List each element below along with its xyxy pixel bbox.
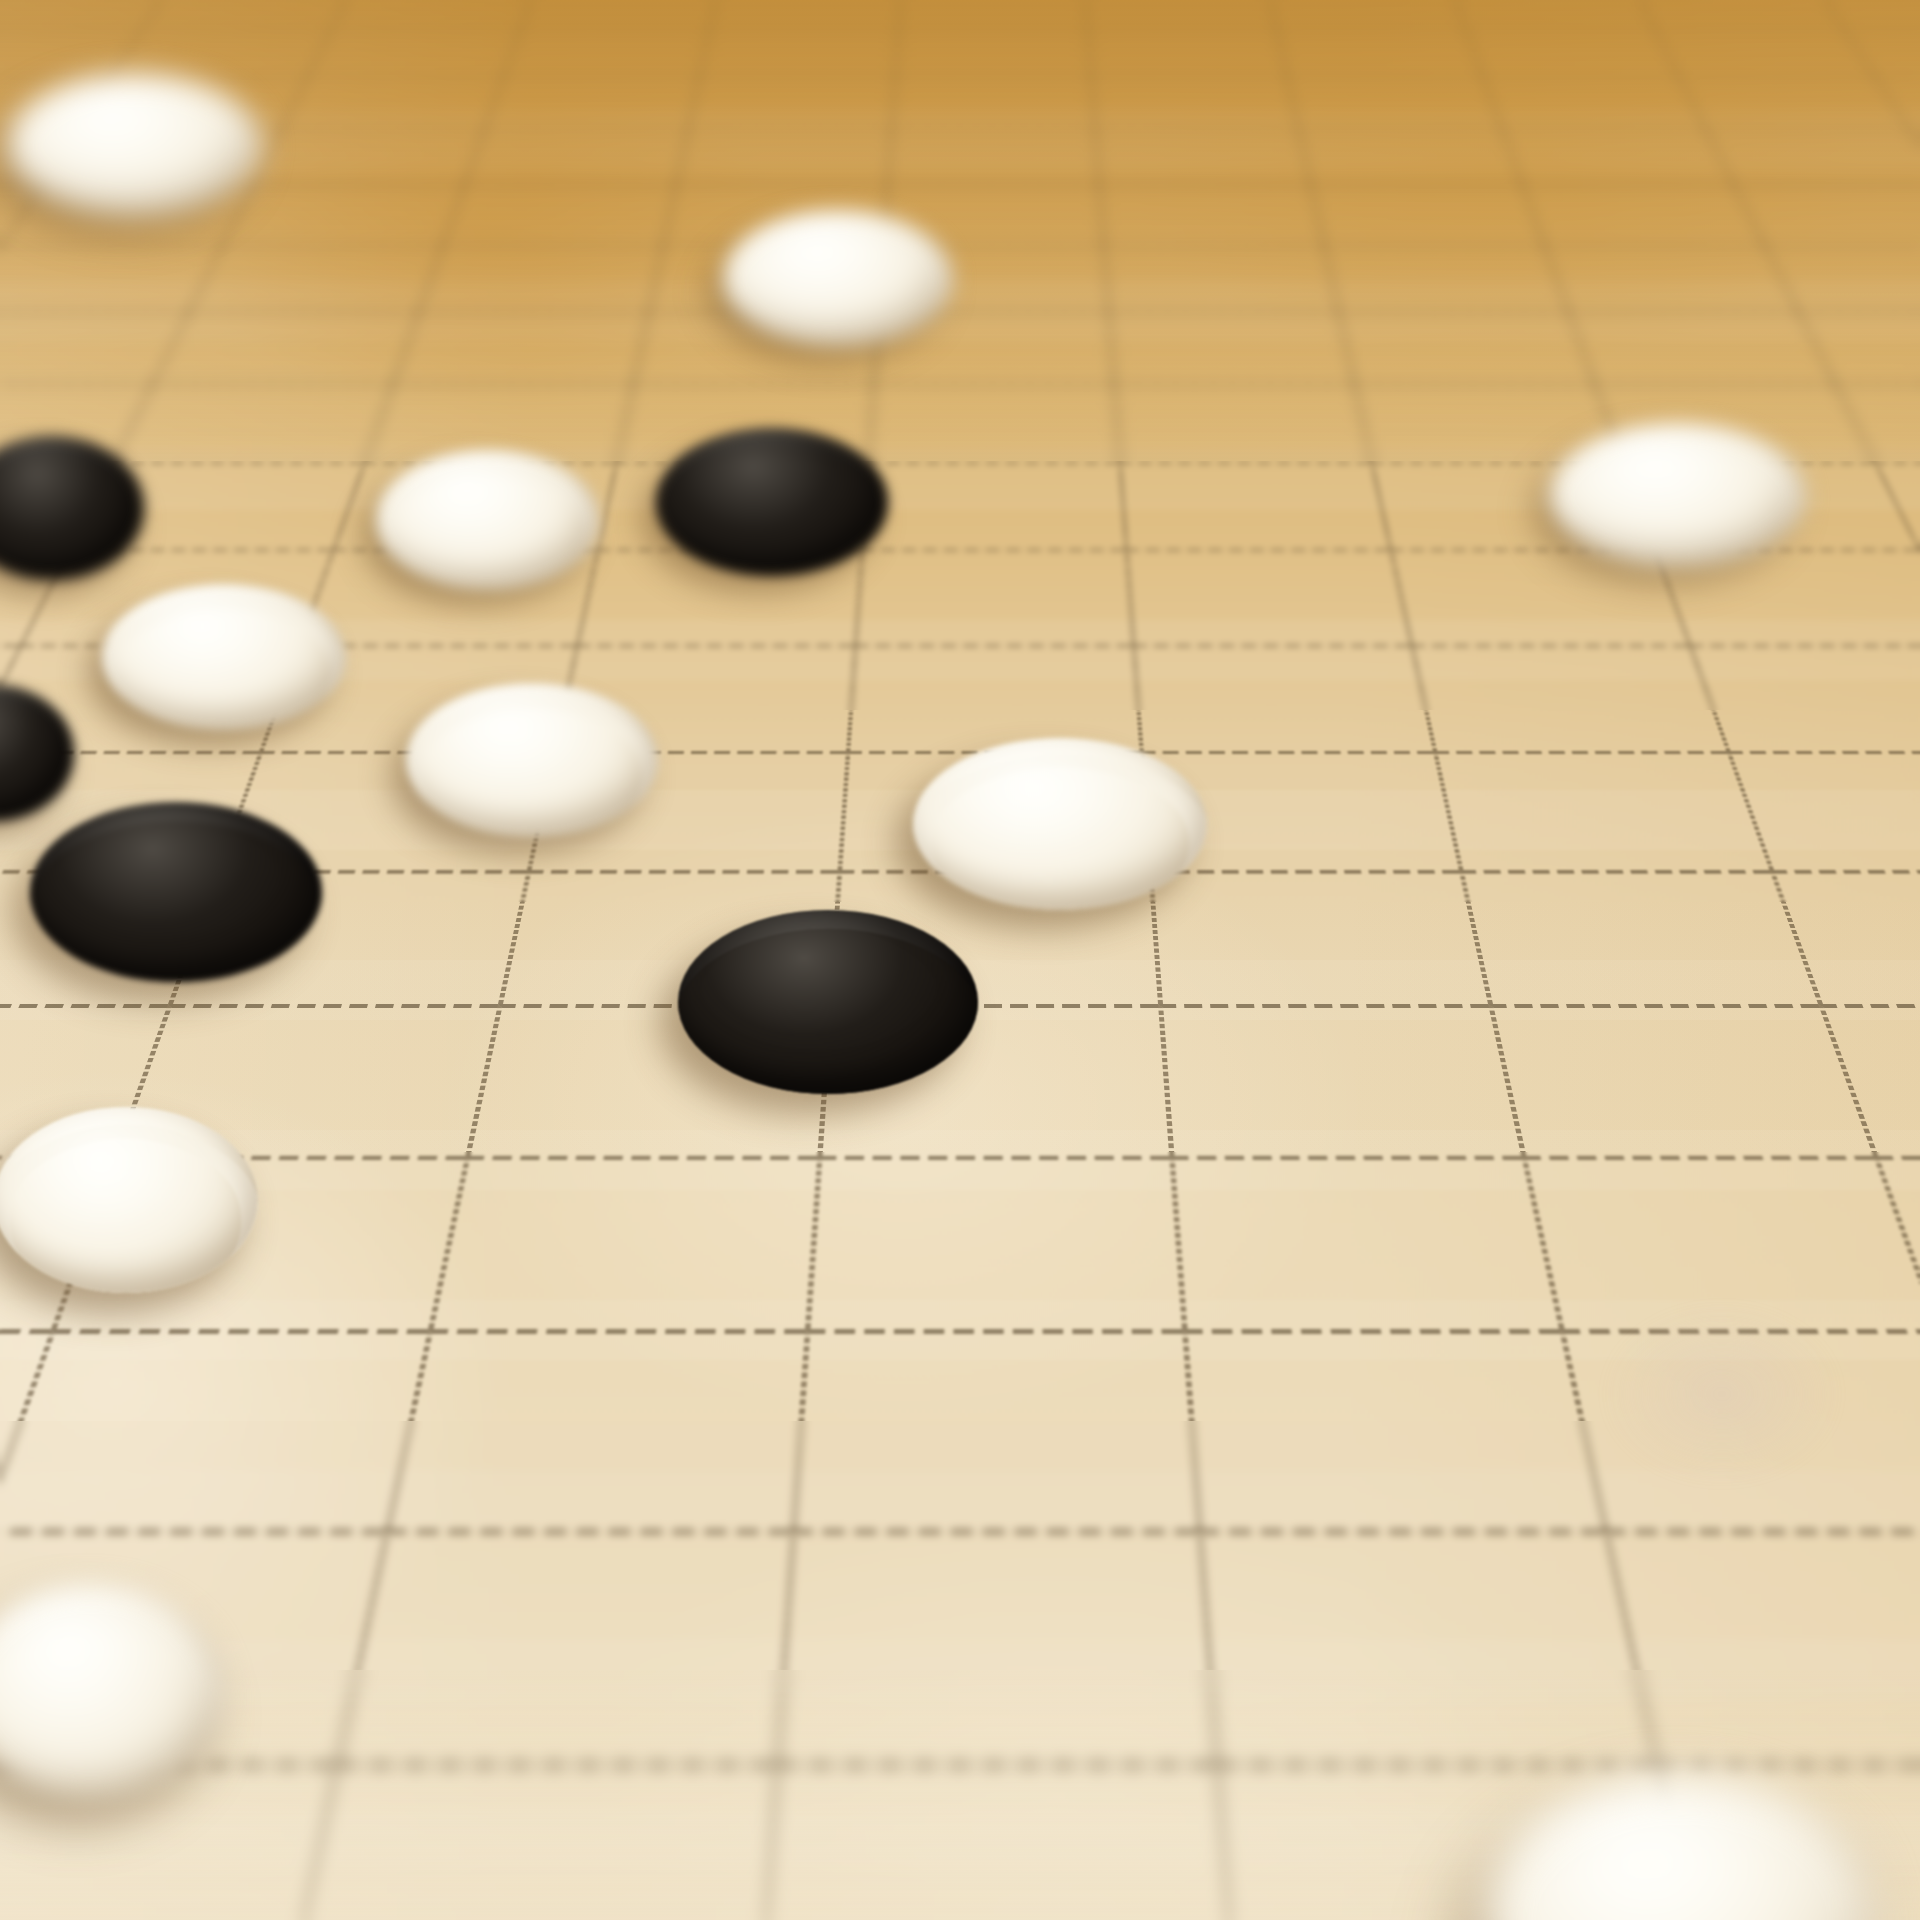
white-stone-glyph: ○ bbox=[406, 683, 658, 837]
white-stone: ○ bbox=[0, 1107, 258, 1293]
white-stone-glyph: ○ bbox=[1550, 423, 1806, 567]
black-stone: ● bbox=[0, 436, 144, 580]
white-stone: ○ bbox=[1550, 423, 1806, 567]
black-stone: ● bbox=[0, 685, 74, 821]
white-stone-glyph: ○ bbox=[102, 584, 346, 730]
black-stone-glyph: ● bbox=[30, 802, 322, 982]
white-stone: ○ bbox=[406, 683, 658, 837]
white-stone: ○ bbox=[913, 738, 1207, 910]
stones-layer: ○○○●●○○●○○●●○○○ bbox=[0, 0, 1920, 1920]
white-stone: ○ bbox=[376, 450, 600, 590]
white-stone: ○ bbox=[723, 210, 953, 346]
white-stone-glyph: ○ bbox=[0, 1107, 258, 1293]
white-stone-glyph: ○ bbox=[913, 738, 1207, 910]
black-stone: ● bbox=[656, 428, 888, 576]
white-stone-glyph: ○ bbox=[1487, 1775, 1877, 1920]
white-stone-glyph: ○ bbox=[7, 73, 263, 217]
black-stone: ● bbox=[30, 802, 322, 982]
white-stone: ○ bbox=[0, 1584, 224, 1800]
black-stone-glyph: ● bbox=[0, 436, 144, 580]
black-stone-glyph: ● bbox=[678, 910, 978, 1094]
white-stone-glyph: ○ bbox=[0, 1584, 224, 1800]
white-stone: ○ bbox=[102, 584, 346, 730]
go-board-photo: ○○○●●○○●○○●●○○○ bbox=[0, 0, 1920, 1920]
black-stone-glyph: ● bbox=[656, 428, 888, 576]
white-stone-glyph: ○ bbox=[723, 210, 953, 346]
black-stone: ● bbox=[678, 910, 978, 1094]
white-stone: ○ bbox=[7, 73, 263, 217]
black-stone-glyph: ● bbox=[0, 685, 74, 821]
white-stone-glyph: ○ bbox=[376, 450, 600, 590]
white-stone: ○ bbox=[1487, 1775, 1877, 1920]
